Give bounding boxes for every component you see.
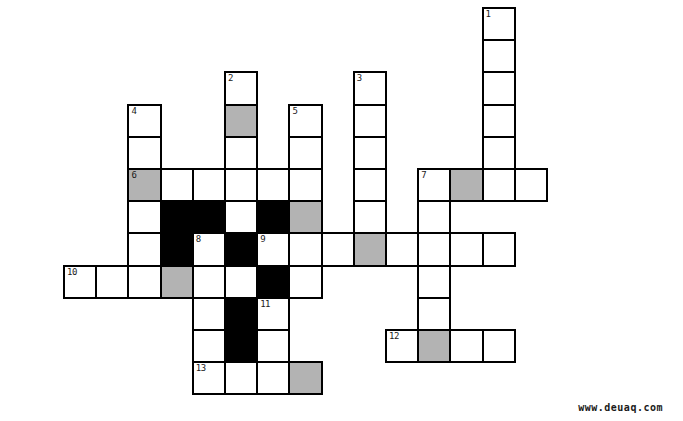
cell-r6-c6-black — [256, 200, 290, 234]
cell-r5-c14[interactable] — [514, 168, 548, 202]
cell-r9-c4[interactable] — [192, 297, 226, 331]
cell-r10-c4[interactable] — [192, 329, 226, 363]
cell-r1-c13[interactable] — [482, 39, 516, 73]
clue-number-4: 4 — [131, 106, 136, 116]
cell-r3-c5-gray[interactable] — [224, 104, 258, 138]
cell-r2-c9[interactable]: 3 — [353, 71, 387, 105]
cell-r11-c5[interactable] — [224, 361, 258, 395]
cell-r8-c1[interactable] — [95, 265, 129, 299]
cell-r11-c6[interactable] — [256, 361, 290, 395]
clue-number-2: 2 — [228, 73, 233, 83]
cell-r3-c13[interactable] — [482, 104, 516, 138]
cell-r7-c7[interactable] — [288, 232, 322, 266]
cell-r7-c6[interactable]: 9 — [256, 232, 290, 266]
crossword-board: 12345678910111213 — [0, 0, 683, 421]
cell-r10-c13[interactable] — [482, 329, 516, 363]
clue-number-6: 6 — [131, 170, 136, 180]
clue-number-13: 13 — [196, 363, 206, 373]
cell-r5-c9[interactable] — [353, 168, 387, 202]
cell-r7-c10[interactable] — [385, 232, 419, 266]
cell-r4-c9[interactable] — [353, 136, 387, 170]
cell-r4-c13[interactable] — [482, 136, 516, 170]
cell-r11-c4[interactable]: 13 — [192, 361, 226, 395]
cell-r2-c13[interactable] — [482, 71, 516, 105]
cell-r6-c11[interactable] — [417, 200, 451, 234]
cell-r9-c6[interactable]: 11 — [256, 297, 290, 331]
cell-r7-c3-black — [160, 232, 194, 266]
cell-r7-c13[interactable] — [482, 232, 516, 266]
cell-r7-c9-gray[interactable] — [353, 232, 387, 266]
clue-number-1: 1 — [486, 9, 491, 19]
cell-r3-c7[interactable]: 5 — [288, 104, 322, 138]
cell-r6-c9[interactable] — [353, 200, 387, 234]
cell-r5-c2-gray[interactable]: 6 — [127, 168, 161, 202]
crossword-page: 12345678910111213 www.deuaq.com — [0, 0, 683, 421]
clue-number-3: 3 — [357, 73, 362, 83]
clue-number-10: 10 — [67, 267, 77, 277]
cell-r0-c13[interactable]: 1 — [482, 7, 516, 41]
cell-r8-c4[interactable] — [192, 265, 226, 299]
cell-r7-c4[interactable]: 8 — [192, 232, 226, 266]
cell-r6-c2[interactable] — [127, 200, 161, 234]
cell-r7-c12[interactable] — [449, 232, 483, 266]
cell-r10-c11-gray[interactable] — [417, 329, 451, 363]
cell-r5-c4[interactable] — [192, 168, 226, 202]
cell-r10-c12[interactable] — [449, 329, 483, 363]
clue-number-12: 12 — [389, 331, 399, 341]
cell-r5-c6[interactable] — [256, 168, 290, 202]
cell-r8-c0[interactable]: 10 — [63, 265, 97, 299]
cell-r7-c8[interactable] — [321, 232, 355, 266]
cell-r8-c2[interactable] — [127, 265, 161, 299]
watermark: www.deuaq.com — [578, 402, 663, 413]
cell-r5-c11[interactable]: 7 — [417, 168, 451, 202]
cell-r8-c7[interactable] — [288, 265, 322, 299]
cell-r4-c2[interactable] — [127, 136, 161, 170]
cell-r5-c7[interactable] — [288, 168, 322, 202]
cell-r11-c7-gray[interactable] — [288, 361, 322, 395]
cell-r5-c12-gray[interactable] — [449, 168, 483, 202]
cell-r9-c11[interactable] — [417, 297, 451, 331]
clue-number-5: 5 — [292, 106, 297, 116]
cell-r7-c11[interactable] — [417, 232, 451, 266]
cell-r10-c10[interactable]: 12 — [385, 329, 419, 363]
cell-r4-c5[interactable] — [224, 136, 258, 170]
cell-r2-c5[interactable]: 2 — [224, 71, 258, 105]
clue-number-7: 7 — [421, 170, 426, 180]
cell-r7-c5-black — [224, 232, 258, 266]
cell-r5-c13[interactable] — [482, 168, 516, 202]
cell-r6-c7-gray[interactable] — [288, 200, 322, 234]
cell-r10-c6[interactable] — [256, 329, 290, 363]
cell-r8-c6-black — [256, 265, 290, 299]
cell-r3-c2[interactable]: 4 — [127, 104, 161, 138]
cell-r8-c11[interactable] — [417, 265, 451, 299]
clue-number-8: 8 — [196, 234, 201, 244]
cell-r3-c9[interactable] — [353, 104, 387, 138]
cell-r5-c5[interactable] — [224, 168, 258, 202]
cell-r5-c3[interactable] — [160, 168, 194, 202]
clue-number-11: 11 — [260, 299, 270, 309]
cell-r8-c3-gray[interactable] — [160, 265, 194, 299]
clue-number-9: 9 — [260, 234, 265, 244]
cell-r6-c3-black — [160, 200, 194, 234]
cell-r6-c4-black — [192, 200, 226, 234]
cell-r6-c5[interactable] — [224, 200, 258, 234]
cell-r4-c7[interactable] — [288, 136, 322, 170]
cell-r10-c5-black — [224, 329, 258, 363]
cell-r8-c5[interactable] — [224, 265, 258, 299]
cell-r9-c5-black — [224, 297, 258, 331]
cell-r7-c2[interactable] — [127, 232, 161, 266]
